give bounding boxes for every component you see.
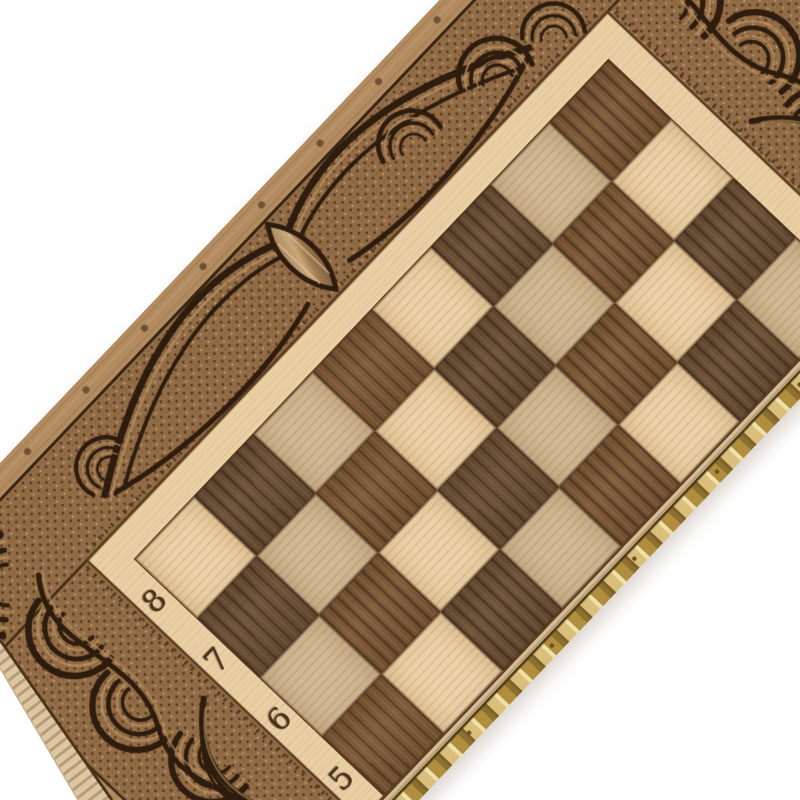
product-photo: 8765: [0, 0, 800, 800]
board-box: 8765: [0, 0, 800, 800]
